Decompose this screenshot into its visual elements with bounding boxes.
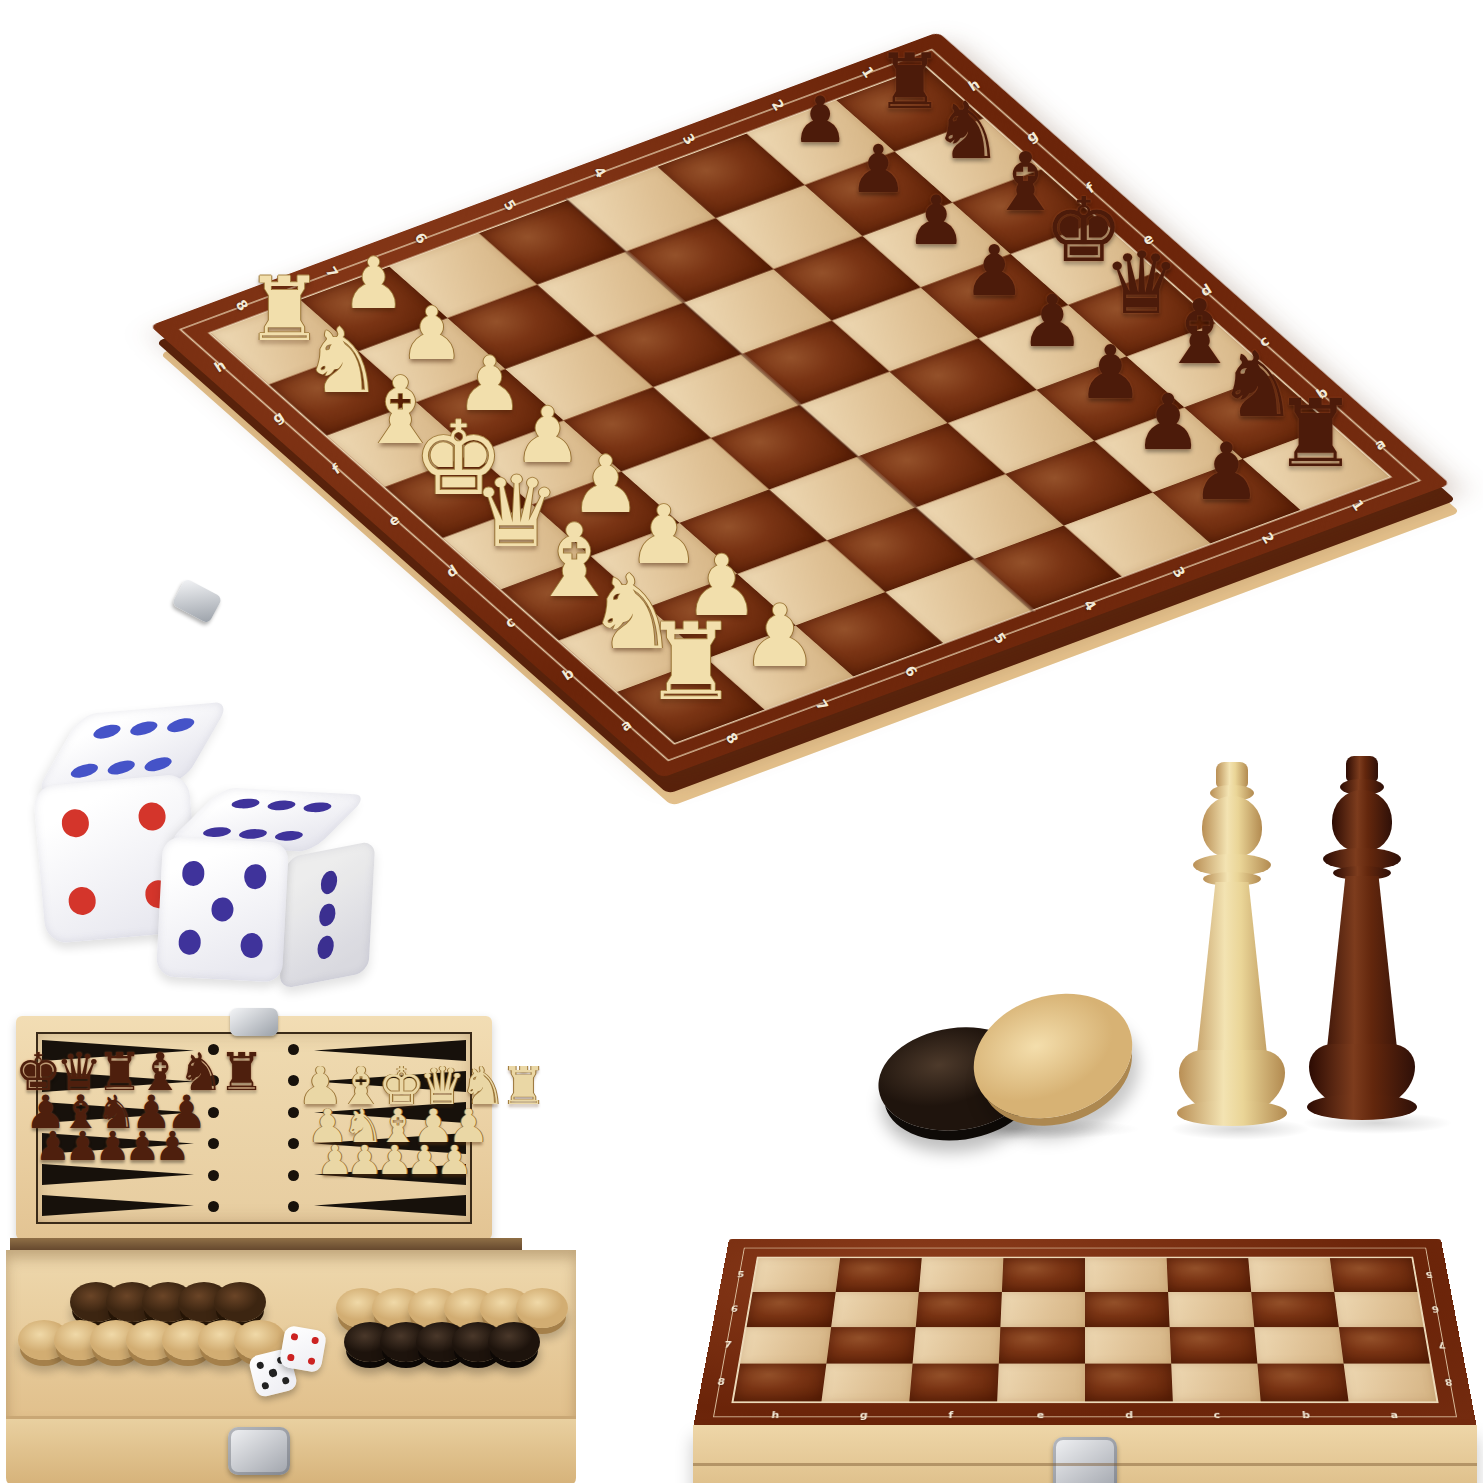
piece-white-rook-a1: ♜ xyxy=(643,610,738,716)
die-pip xyxy=(287,1353,295,1361)
stored-piece-row: ♟♟♟♟♟ xyxy=(320,1144,544,1176)
die-pip xyxy=(264,800,299,811)
folded-square xyxy=(999,1327,1085,1363)
backgammon-point xyxy=(314,1195,466,1216)
product-photo-scene: 88hh77gg66ff55ee44dd33cc22bb11aa ♜♟♞♟♝♟♚… xyxy=(0,0,1483,1483)
display-white-king xyxy=(1172,762,1292,1142)
die-pip xyxy=(228,798,263,809)
die-pip xyxy=(269,1369,278,1378)
folded-coordinate-label: 7 xyxy=(723,1339,732,1350)
die-pip xyxy=(244,864,267,889)
folded-coordinate-label: 5 xyxy=(736,1270,745,1280)
folded-square xyxy=(916,1292,1002,1327)
folded-square xyxy=(919,1258,1004,1292)
die-pip xyxy=(319,902,336,928)
stored-piece-row: ♟♟♟♟♟ xyxy=(38,1130,262,1162)
folded-coordinate-label: b xyxy=(1302,1409,1311,1421)
folded-square xyxy=(826,1327,915,1363)
folded-square xyxy=(1339,1327,1430,1363)
folded-coordinate-label: 7 xyxy=(1437,1339,1446,1350)
piece-black-rook-a8: ♜ xyxy=(1273,387,1357,481)
pip-grid xyxy=(60,713,205,782)
backgammon-dot xyxy=(208,1201,219,1212)
stored-piece-pawn: ♟ xyxy=(436,1144,472,1176)
pip-grid xyxy=(285,1331,321,1367)
folded-coordinate-label: 6 xyxy=(1431,1304,1440,1314)
stored-dark-pieces: ♚♛♜♝♞♜♟♝♞♟♟♟♟♟♟♟ xyxy=(18,1052,262,1162)
folded-coordinate-label: 6 xyxy=(730,1304,739,1314)
die-pip xyxy=(61,808,90,838)
box-front xyxy=(6,1416,576,1483)
mini-die xyxy=(279,1325,328,1374)
folded-coordinate-label: h xyxy=(771,1409,781,1421)
die-pip xyxy=(104,760,138,776)
backgammon-dot xyxy=(288,1138,299,1149)
die-pip xyxy=(311,1336,319,1344)
checker-row xyxy=(360,1322,540,1366)
folded-square xyxy=(1248,1258,1334,1292)
folded-square xyxy=(1168,1292,1254,1327)
folded-square xyxy=(1171,1364,1260,1402)
folded-board: 56785678hgfedcba xyxy=(693,1196,1477,1483)
board-latch-icon xyxy=(171,578,222,624)
folded-coordinate-label: 5 xyxy=(1425,1270,1434,1280)
folded-square xyxy=(821,1364,912,1402)
folded-square xyxy=(836,1258,922,1292)
folded-coordinate-label: f xyxy=(948,1409,954,1421)
die-pip xyxy=(127,720,161,736)
folded-board-grid xyxy=(734,1258,1437,1401)
die-pip xyxy=(261,1381,270,1390)
folded-square xyxy=(1344,1364,1437,1402)
folded-square xyxy=(1330,1258,1418,1292)
die-right-side-face xyxy=(279,840,375,989)
stored-piece-rook: ♜ xyxy=(218,1052,265,1094)
folded-square xyxy=(753,1258,841,1292)
die-pip xyxy=(182,861,205,886)
folded-coordinate-label: e xyxy=(1037,1409,1045,1421)
die-pip xyxy=(164,717,198,733)
die-pip xyxy=(317,935,334,961)
folded-square xyxy=(909,1364,998,1402)
die-pip xyxy=(200,826,235,837)
stored-piece-pawn: ♟ xyxy=(154,1130,190,1162)
backgammon-dot xyxy=(288,1044,299,1055)
backgammon-dot xyxy=(288,1201,299,1212)
folded-square xyxy=(747,1292,836,1327)
checker-black xyxy=(488,1322,540,1362)
folded-square xyxy=(1251,1292,1339,1327)
checker-row xyxy=(34,1320,286,1364)
piece-black-pawn-a7: ♟ xyxy=(1191,433,1262,512)
die-pip xyxy=(300,802,335,813)
die-pip xyxy=(290,1333,298,1341)
pip-grid xyxy=(192,796,342,844)
pip-grid xyxy=(173,855,272,963)
die-pip xyxy=(236,828,271,839)
display-black-king xyxy=(1302,756,1422,1136)
backgammon-dot xyxy=(288,1170,299,1181)
die-pip xyxy=(90,723,124,739)
folded-coordinate-label: 8 xyxy=(716,1376,726,1387)
folded-square xyxy=(913,1327,1001,1363)
folded-square xyxy=(1334,1292,1423,1327)
backgammon-point xyxy=(42,1195,194,1216)
stored-piece-rook: ♜ xyxy=(500,1066,547,1108)
die-pip xyxy=(281,1376,290,1385)
piece-black-pawn-g7: ♟ xyxy=(849,137,908,203)
folded-board-front xyxy=(693,1425,1477,1483)
folded-square xyxy=(1085,1327,1171,1363)
die-right-front-face xyxy=(156,836,289,982)
folded-square xyxy=(831,1292,919,1327)
folded-square xyxy=(1167,1258,1252,1292)
piece-black-pawn-e7: ♟ xyxy=(963,236,1026,306)
die-pip xyxy=(67,763,101,779)
folded-square xyxy=(1085,1292,1170,1327)
box-clasp-icon xyxy=(228,1427,290,1475)
folded-square xyxy=(1170,1327,1258,1363)
folded-square xyxy=(740,1327,831,1363)
folded-coordinate-label: d xyxy=(1125,1409,1133,1421)
folded-square xyxy=(997,1364,1085,1402)
die-pip xyxy=(211,897,234,922)
folded-square xyxy=(1000,1292,1085,1327)
piece-black-pawn-d7: ♟ xyxy=(1020,286,1085,358)
die-pip xyxy=(307,1357,315,1365)
die-pip xyxy=(256,1361,265,1370)
die-right xyxy=(150,782,391,1019)
piece-black-pawn-h7: ♟ xyxy=(792,87,849,151)
die-pip xyxy=(68,886,97,916)
die-pip xyxy=(321,870,338,896)
folded-coordinate-label: g xyxy=(859,1409,868,1421)
folded-board-clasp-icon xyxy=(1053,1437,1117,1483)
folded-coordinate-label: a xyxy=(1390,1409,1399,1421)
folded-square xyxy=(1254,1327,1343,1363)
folded-square xyxy=(1257,1364,1348,1402)
checker-dark xyxy=(214,1282,266,1322)
piece-white-pawn-a2: ♟ xyxy=(741,594,818,680)
pip-grid xyxy=(292,860,363,970)
lid-latch-icon xyxy=(230,1008,278,1036)
folded-square xyxy=(734,1364,827,1402)
die-pip xyxy=(141,757,175,773)
die-pip xyxy=(178,930,201,955)
folded-coordinate-label: 8 xyxy=(1444,1376,1454,1387)
folded-square xyxy=(1085,1258,1168,1292)
die-pip xyxy=(240,933,263,958)
stored-light-pieces: ♟♝♚♛♞♜♟♞♝♟♟♟♟♟♟♟ xyxy=(300,1066,544,1176)
die-pip xyxy=(272,830,307,841)
piece-black-pawn-f7: ♟ xyxy=(906,186,967,254)
folded-square xyxy=(1002,1258,1085,1292)
folded-square xyxy=(1085,1364,1173,1402)
backgammon-dot xyxy=(208,1170,219,1181)
folded-coordinate-label: c xyxy=(1213,1409,1220,1421)
folded-board-top: 56785678hgfedcba xyxy=(693,1239,1477,1428)
